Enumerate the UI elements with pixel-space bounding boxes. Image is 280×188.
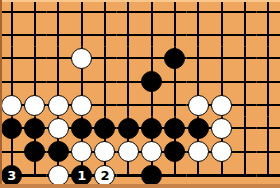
board-intersection[interactable] — [70, 0, 93, 23]
move-2-stone: 2 — [94, 165, 115, 186]
board-intersection[interactable] — [70, 93, 93, 116]
board-intersection[interactable] — [23, 117, 46, 140]
board-intersection[interactable] — [233, 93, 256, 116]
board-intersection[interactable] — [163, 47, 186, 70]
move-3-stone: 3 — [1, 165, 22, 186]
board-intersection[interactable] — [210, 117, 233, 140]
board-intersection[interactable] — [47, 0, 70, 23]
black-stone — [24, 141, 45, 162]
white-stone — [48, 95, 69, 116]
move-number-label: 3 — [7, 169, 16, 182]
board-intersection[interactable] — [47, 47, 70, 70]
board-intersection[interactable] — [23, 0, 46, 23]
board-intersection[interactable] — [163, 70, 186, 93]
board-intersection[interactable] — [210, 23, 233, 46]
move-number-label: 2 — [100, 169, 109, 182]
board-intersection[interactable] — [47, 140, 70, 163]
black-stone — [141, 118, 162, 139]
board-intersection[interactable] — [233, 140, 256, 163]
board-intersection[interactable] — [257, 140, 280, 163]
board-intersection[interactable] — [163, 23, 186, 46]
board-intersection[interactable] — [233, 70, 256, 93]
board-intersection[interactable] — [233, 47, 256, 70]
board-intersection[interactable] — [187, 140, 210, 163]
black-stone — [24, 118, 45, 139]
go-diagram: 312 — [0, 0, 280, 188]
board-intersection[interactable] — [140, 93, 163, 116]
board-intersection[interactable] — [117, 47, 140, 70]
board-intersection[interactable] — [117, 0, 140, 23]
white-stone — [211, 118, 232, 139]
white-stone — [211, 141, 232, 162]
board-intersection[interactable] — [47, 117, 70, 140]
board-intersection[interactable] — [187, 70, 210, 93]
board-intersection[interactable] — [210, 47, 233, 70]
board-intersection[interactable] — [0, 140, 23, 163]
board-intersection[interactable] — [257, 23, 280, 46]
board-intersection[interactable] — [70, 117, 93, 140]
board-bevel-left — [0, 0, 2, 188]
board-intersection[interactable] — [0, 93, 23, 116]
white-stone — [48, 165, 69, 186]
board-intersection[interactable] — [0, 47, 23, 70]
black-stone — [164, 141, 185, 162]
board-intersection[interactable] — [93, 93, 116, 116]
board-intersection[interactable] — [70, 47, 93, 70]
board-intersection[interactable] — [140, 0, 163, 23]
move-number-label: 1 — [77, 169, 86, 182]
board-intersection[interactable] — [70, 70, 93, 93]
board-intersection[interactable] — [117, 117, 140, 140]
board-intersection[interactable] — [187, 117, 210, 140]
board-intersection[interactable] — [93, 70, 116, 93]
board-intersection[interactable] — [233, 23, 256, 46]
board-intersection[interactable] — [93, 23, 116, 46]
go-board: 312 — [0, 0, 280, 187]
board-intersection[interactable] — [140, 140, 163, 163]
white-stone — [141, 141, 162, 162]
white-stone — [211, 95, 232, 116]
move-1-stone: 1 — [71, 165, 92, 186]
board-intersection[interactable] — [210, 70, 233, 93]
board-intersection[interactable] — [140, 70, 163, 93]
board-intersection[interactable] — [140, 47, 163, 70]
black-stone — [71, 118, 92, 139]
white-stone — [48, 118, 69, 139]
white-stone — [71, 95, 92, 116]
white-stone — [94, 141, 115, 162]
board-intersection[interactable] — [117, 93, 140, 116]
black-stone — [141, 71, 162, 92]
black-stone — [48, 141, 69, 162]
board-intersection[interactable] — [93, 47, 116, 70]
board-intersection[interactable] — [210, 140, 233, 163]
board-intersection[interactable] — [257, 47, 280, 70]
black-stone — [164, 118, 185, 139]
board-intersection[interactable] — [233, 0, 256, 23]
board-intersection[interactable] — [187, 47, 210, 70]
board-intersection[interactable] — [47, 23, 70, 46]
board-bevel-top — [0, 0, 280, 2]
board-intersection[interactable] — [233, 117, 256, 140]
board-intersection[interactable] — [23, 93, 46, 116]
white-stone — [24, 95, 45, 116]
black-stone — [94, 118, 115, 139]
board-intersection[interactable] — [47, 93, 70, 116]
board-intersection[interactable] — [93, 0, 116, 23]
board-intersection[interactable] — [117, 23, 140, 46]
board-intersection[interactable] — [187, 23, 210, 46]
board-intersection[interactable] — [23, 70, 46, 93]
board-intersection[interactable] — [163, 0, 186, 23]
white-stone — [71, 48, 92, 69]
black-stone — [141, 165, 162, 186]
board-intersection[interactable] — [257, 70, 280, 93]
board-intersection[interactable] — [187, 0, 210, 23]
board-intersection[interactable] — [117, 140, 140, 163]
board-intersection[interactable] — [163, 117, 186, 140]
white-stone — [118, 141, 139, 162]
board-bevel-bottom — [0, 184, 280, 188]
board-intersection[interactable] — [23, 140, 46, 163]
board-intersection[interactable] — [23, 47, 46, 70]
white-stone — [71, 141, 92, 162]
black-stone — [1, 118, 22, 139]
black-stone — [188, 118, 209, 139]
board-intersection[interactable] — [140, 23, 163, 46]
white-stone — [188, 95, 209, 116]
board-intersection[interactable] — [0, 70, 23, 93]
white-stone — [1, 95, 22, 116]
board-intersection[interactable] — [23, 23, 46, 46]
board-intersection[interactable] — [70, 140, 93, 163]
board-intersection[interactable] — [257, 93, 280, 116]
board-intersection[interactable] — [93, 117, 116, 140]
board-intersection[interactable] — [117, 70, 140, 93]
board-intersection[interactable] — [93, 140, 116, 163]
white-stone — [188, 141, 209, 162]
board-intersection[interactable] — [47, 70, 70, 93]
board-intersection[interactable] — [163, 93, 186, 116]
board-intersection[interactable] — [0, 117, 23, 140]
board-intersection[interactable] — [70, 23, 93, 46]
board-intersection[interactable] — [210, 0, 233, 23]
black-stone — [164, 48, 185, 69]
board-intersection[interactable] — [210, 93, 233, 116]
board-intersection[interactable] — [257, 117, 280, 140]
board-intersection[interactable] — [0, 23, 23, 46]
board-intersection[interactable] — [140, 117, 163, 140]
board-intersection[interactable] — [163, 140, 186, 163]
board-intersection[interactable] — [0, 0, 23, 23]
black-stone — [118, 118, 139, 139]
board-intersection[interactable] — [257, 0, 280, 23]
board-intersection[interactable] — [187, 93, 210, 116]
